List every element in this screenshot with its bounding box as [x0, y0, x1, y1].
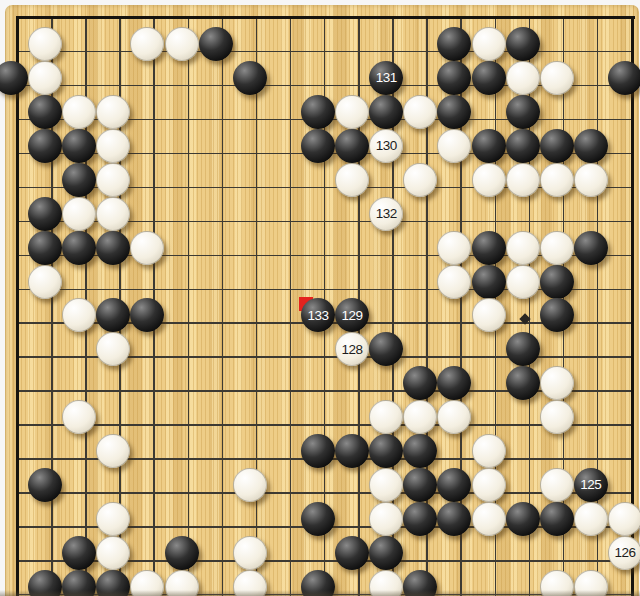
stone-black[interactable] — [62, 129, 96, 163]
stone-black[interactable] — [540, 502, 574, 536]
stone-white[interactable] — [96, 163, 130, 197]
stone-white[interactable] — [540, 400, 574, 434]
stone-white[interactable]: 132 — [369, 197, 403, 231]
stone-white[interactable] — [96, 129, 130, 163]
stone-black[interactable] — [540, 129, 574, 163]
move-label: 133 — [307, 309, 328, 323]
stone-white[interactable] — [403, 163, 437, 197]
stone-black[interactable] — [574, 129, 608, 163]
stone-white[interactable] — [233, 468, 267, 502]
stone-white[interactable] — [472, 298, 506, 332]
stone-white[interactable] — [540, 61, 574, 95]
stone-white[interactable] — [28, 27, 62, 61]
stone-white[interactable] — [506, 163, 540, 197]
stone-black[interactable] — [301, 95, 335, 129]
stone-black[interactable] — [608, 61, 640, 95]
stone-black[interactable] — [437, 95, 471, 129]
move-label: 129 — [342, 309, 363, 323]
stone-white[interactable] — [165, 27, 199, 61]
goban[interactable]: 131130132133129128125126 — [5, 5, 639, 596]
stone-black[interactable] — [335, 536, 369, 570]
stone-white[interactable] — [608, 502, 640, 536]
stone-black[interactable] — [506, 502, 540, 536]
stone-white[interactable] — [335, 95, 369, 129]
stone-black[interactable] — [506, 95, 540, 129]
stone-white[interactable] — [335, 163, 369, 197]
stone-black[interactable] — [335, 129, 369, 163]
stone-white[interactable] — [437, 231, 471, 265]
stone-white[interactable] — [472, 468, 506, 502]
stone-black[interactable] — [540, 265, 574, 299]
stone-white[interactable] — [472, 434, 506, 468]
stone-black[interactable] — [301, 129, 335, 163]
move-label: 132 — [376, 207, 397, 221]
stone-white[interactable] — [472, 502, 506, 536]
stone-white[interactable] — [540, 468, 574, 502]
stone-black[interactable] — [28, 231, 62, 265]
stone-black[interactable] — [233, 61, 267, 95]
stone-black[interactable] — [62, 163, 96, 197]
stone-white[interactable] — [96, 197, 130, 231]
stone-white[interactable] — [506, 231, 540, 265]
stone-black[interactable] — [28, 129, 62, 163]
stone-black[interactable]: 125 — [574, 468, 608, 502]
stone-black[interactable] — [574, 231, 608, 265]
board-edge-left — [16, 16, 19, 596]
move-label: 126 — [614, 546, 635, 560]
stone-black[interactable] — [506, 27, 540, 61]
stone-white[interactable] — [62, 197, 96, 231]
stone-white[interactable]: 126 — [608, 536, 640, 570]
stone-black[interactable] — [62, 536, 96, 570]
stone-white[interactable] — [62, 95, 96, 129]
stone-white[interactable] — [472, 163, 506, 197]
stone-white[interactable] — [540, 163, 574, 197]
go-game-screenshot: 131130132133129128125126 — [0, 0, 640, 596]
stone-white[interactable] — [506, 61, 540, 95]
stone-white[interactable] — [506, 265, 540, 299]
stone-white[interactable] — [130, 231, 164, 265]
stone-black[interactable] — [472, 231, 506, 265]
stone-black[interactable] — [472, 265, 506, 299]
stone-black[interactable] — [506, 332, 540, 366]
move-label: 128 — [342, 343, 363, 357]
stone-white[interactable] — [574, 163, 608, 197]
stone-black[interactable] — [369, 95, 403, 129]
stone-black[interactable] — [369, 536, 403, 570]
stone-white[interactable]: 130 — [369, 129, 403, 163]
stone-white[interactable] — [540, 231, 574, 265]
stone-white[interactable] — [28, 61, 62, 95]
stone-white[interactable] — [540, 366, 574, 400]
stone-white[interactable] — [472, 27, 506, 61]
stone-black[interactable] — [472, 61, 506, 95]
stone-white[interactable] — [403, 95, 437, 129]
stone-black[interactable] — [28, 95, 62, 129]
move-label: 125 — [580, 478, 601, 492]
stone-black[interactable] — [28, 197, 62, 231]
stone-black[interactable] — [62, 231, 96, 265]
stone-black[interactable] — [96, 231, 130, 265]
stone-white[interactable] — [96, 95, 130, 129]
stone-black[interactable] — [301, 434, 335, 468]
stone-white[interactable] — [28, 265, 62, 299]
stone-black[interactable] — [506, 366, 540, 400]
stone-black[interactable] — [506, 129, 540, 163]
stone-black[interactable] — [199, 27, 233, 61]
stone-black[interactable] — [165, 536, 199, 570]
stone-black[interactable] — [472, 129, 506, 163]
stone-black[interactable] — [301, 502, 335, 536]
move-label: 130 — [376, 139, 397, 153]
stone-black[interactable] — [540, 298, 574, 332]
stone-white[interactable] — [437, 265, 471, 299]
board-edge-top — [16, 16, 635, 19]
bottom-shadow — [0, 590, 640, 596]
stone-black[interactable]: 131 — [369, 61, 403, 95]
stone-white[interactable] — [437, 129, 471, 163]
move-label: 131 — [376, 71, 397, 85]
stone-white[interactable] — [233, 536, 267, 570]
stone-white[interactable] — [574, 502, 608, 536]
